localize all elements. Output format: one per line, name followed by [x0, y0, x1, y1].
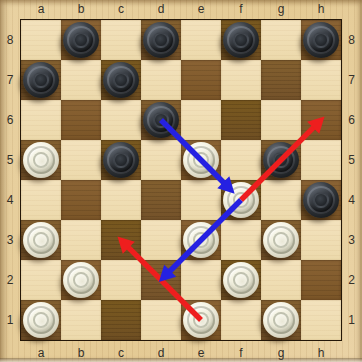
piece-black-d6[interactable]	[143, 102, 179, 138]
piece-white-f2[interactable]	[223, 262, 259, 298]
square-b5[interactable]	[61, 140, 101, 180]
square-c2[interactable]	[101, 260, 141, 300]
rank-label-right-8: 8	[348, 34, 355, 46]
rank-label-right-6: 6	[348, 114, 355, 126]
piece-black-g5[interactable]	[263, 142, 299, 178]
rank-label-right-1: 1	[348, 314, 355, 326]
file-label-bottom-d: d	[158, 347, 165, 359]
square-e7[interactable]	[181, 60, 221, 100]
square-b6[interactable]	[61, 100, 101, 140]
rank-label-right-3: 3	[348, 234, 355, 246]
square-c6[interactable]	[101, 100, 141, 140]
piece-black-a7[interactable]	[23, 62, 59, 98]
file-label-bottom-e: e	[198, 347, 205, 359]
rank-label-right-7: 7	[348, 74, 355, 86]
piece-black-f8[interactable]	[223, 22, 259, 58]
square-a2[interactable]	[21, 260, 61, 300]
piece-white-e1[interactable]	[183, 302, 219, 338]
rank-label-left-6: 6	[7, 114, 14, 126]
square-d4[interactable]	[141, 180, 181, 220]
square-a6[interactable]	[21, 100, 61, 140]
rank-label-right-5: 5	[348, 154, 355, 166]
piece-white-a1[interactable]	[23, 302, 59, 338]
square-a8[interactable]	[21, 20, 61, 60]
square-c8[interactable]	[101, 20, 141, 60]
file-label-top-a: a	[38, 3, 45, 15]
board	[20, 19, 342, 341]
file-label-bottom-b: b	[78, 347, 85, 359]
rank-label-right-4: 4	[348, 194, 355, 206]
rank-label-left-8: 8	[7, 34, 14, 46]
rank-label-left-4: 4	[7, 194, 14, 206]
square-h3[interactable]	[301, 220, 341, 260]
square-f5[interactable]	[221, 140, 261, 180]
piece-white-b2[interactable]	[63, 262, 99, 298]
square-c3[interactable]	[101, 220, 141, 260]
square-e6[interactable]	[181, 100, 221, 140]
piece-black-h4[interactable]	[303, 182, 339, 218]
piece-black-c5[interactable]	[103, 142, 139, 178]
square-f1[interactable]	[221, 300, 261, 340]
square-e8[interactable]	[181, 20, 221, 60]
square-b1[interactable]	[61, 300, 101, 340]
piece-white-a3[interactable]	[23, 222, 59, 258]
square-f7[interactable]	[221, 60, 261, 100]
rank-label-left-1: 1	[7, 314, 14, 326]
square-g6[interactable]	[261, 100, 301, 140]
square-d2[interactable]	[141, 260, 181, 300]
file-label-top-b: b	[78, 3, 85, 15]
piece-white-g3[interactable]	[263, 222, 299, 258]
square-d1[interactable]	[141, 300, 181, 340]
file-label-bottom-c: c	[118, 347, 124, 359]
piece-black-h8[interactable]	[303, 22, 339, 58]
file-label-top-g: g	[278, 3, 285, 15]
piece-white-e5[interactable]	[183, 142, 219, 178]
file-label-top-f: f	[239, 3, 242, 15]
rank-label-left-2: 2	[7, 274, 14, 286]
square-c4[interactable]	[101, 180, 141, 220]
square-e2[interactable]	[181, 260, 221, 300]
piece-black-b8[interactable]	[63, 22, 99, 58]
piece-black-c7[interactable]	[103, 62, 139, 98]
square-h5[interactable]	[301, 140, 341, 180]
file-label-bottom-h: h	[318, 347, 325, 359]
piece-white-f4[interactable]	[223, 182, 259, 218]
square-g4[interactable]	[261, 180, 301, 220]
piece-black-d8[interactable]	[143, 22, 179, 58]
square-g8[interactable]	[261, 20, 301, 60]
square-d7[interactable]	[141, 60, 181, 100]
file-label-top-d: d	[158, 3, 165, 15]
square-b7[interactable]	[61, 60, 101, 100]
square-c1[interactable]	[101, 300, 141, 340]
piece-white-a5[interactable]	[23, 142, 59, 178]
square-h6[interactable]	[301, 100, 341, 140]
square-h2[interactable]	[301, 260, 341, 300]
file-label-bottom-a: a	[38, 347, 45, 359]
square-a4[interactable]	[21, 180, 61, 220]
board-frame: aabbccddeeffgghh8877665544332211	[0, 0, 362, 362]
square-d5[interactable]	[141, 140, 181, 180]
square-b3[interactable]	[61, 220, 101, 260]
square-e4[interactable]	[181, 180, 221, 220]
file-label-top-e: e	[198, 3, 205, 15]
rank-label-left-5: 5	[7, 154, 14, 166]
file-label-top-c: c	[118, 3, 124, 15]
square-f6[interactable]	[221, 100, 261, 140]
file-label-top-h: h	[318, 3, 325, 15]
square-g7[interactable]	[261, 60, 301, 100]
rank-label-left-3: 3	[7, 234, 14, 246]
rank-label-right-2: 2	[348, 274, 355, 286]
square-h7[interactable]	[301, 60, 341, 100]
square-f3[interactable]	[221, 220, 261, 260]
square-h1[interactable]	[301, 300, 341, 340]
square-d3[interactable]	[141, 220, 181, 260]
square-g2[interactable]	[261, 260, 301, 300]
piece-white-e3[interactable]	[183, 222, 219, 258]
piece-white-g1[interactable]	[263, 302, 299, 338]
file-label-bottom-f: f	[239, 347, 242, 359]
square-b4[interactable]	[61, 180, 101, 220]
rank-label-left-7: 7	[7, 74, 14, 86]
file-label-bottom-g: g	[278, 347, 285, 359]
